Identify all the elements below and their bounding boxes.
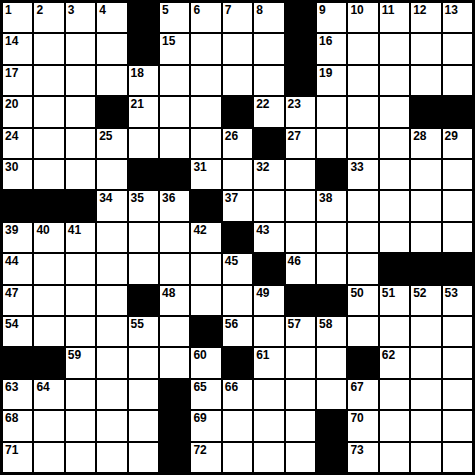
cell-r10c2[interactable] xyxy=(34,286,63,315)
clue-number-42: 42 xyxy=(193,223,206,237)
clue-number-37: 37 xyxy=(225,191,238,205)
block-r3c10 xyxy=(286,66,315,95)
block-r9c9 xyxy=(254,254,283,283)
clue-number-50: 50 xyxy=(350,286,363,300)
clue-number-56: 56 xyxy=(225,317,238,331)
block-r6c6 xyxy=(160,160,189,189)
cell-r8c13[interactable] xyxy=(380,223,409,252)
clue-number-1: 1 xyxy=(5,3,12,17)
cell-r7c6[interactable]: 36 xyxy=(160,191,189,220)
block-r6c11 xyxy=(317,160,346,189)
block-r4c4 xyxy=(97,97,126,126)
block-r4c14 xyxy=(411,97,440,126)
block-r9c14 xyxy=(411,254,440,283)
cell-r5c15[interactable]: 29 xyxy=(443,129,472,158)
block-r9c15 xyxy=(443,254,472,283)
clue-number-15: 15 xyxy=(162,34,175,48)
block-r1c10 xyxy=(286,3,315,32)
block-r10c11 xyxy=(317,286,346,315)
clue-number-24: 24 xyxy=(5,129,18,143)
clue-number-34: 34 xyxy=(99,191,112,205)
cell-r13c4[interactable] xyxy=(97,380,126,409)
cell-r2c1[interactable]: 14 xyxy=(3,34,32,63)
cell-r14c13[interactable] xyxy=(380,411,409,440)
cell-r12c4[interactable] xyxy=(97,348,126,377)
cell-r15c5[interactable] xyxy=(129,443,158,472)
cell-r14c4[interactable] xyxy=(97,411,126,440)
clue-number-19: 19 xyxy=(319,66,332,80)
cell-r5c3[interactable] xyxy=(66,129,95,158)
cell-r3c5[interactable]: 18 xyxy=(129,66,158,95)
clue-number-73: 73 xyxy=(350,443,363,457)
cell-r15c9[interactable] xyxy=(254,443,283,472)
clue-number-55: 55 xyxy=(131,317,144,331)
cell-r2c12[interactable] xyxy=(348,34,377,63)
cell-r14c1[interactable]: 68 xyxy=(3,411,32,440)
cell-r12c15[interactable] xyxy=(443,348,472,377)
clue-number-2: 2 xyxy=(36,3,43,17)
cell-r13c13[interactable] xyxy=(380,380,409,409)
block-r10c5 xyxy=(129,286,158,315)
cell-r7c13[interactable] xyxy=(380,191,409,220)
cell-r8c11[interactable] xyxy=(317,223,346,252)
block-r4c15 xyxy=(443,97,472,126)
block-r13c6 xyxy=(160,380,189,409)
clue-number-30: 30 xyxy=(5,160,18,174)
cell-r3c3[interactable] xyxy=(66,66,95,95)
cell-r2c6[interactable]: 15 xyxy=(160,34,189,63)
clue-number-39: 39 xyxy=(5,223,18,237)
cell-r2c15[interactable] xyxy=(443,34,472,63)
cell-r8c6[interactable] xyxy=(160,223,189,252)
cell-r1c13[interactable]: 11 xyxy=(380,3,409,32)
cell-r3c6[interactable] xyxy=(160,66,189,95)
cell-r13c7[interactable]: 65 xyxy=(191,380,220,409)
block-r5c9 xyxy=(254,129,283,158)
cell-r11c8[interactable]: 56 xyxy=(223,317,252,346)
cell-r1c7[interactable]: 6 xyxy=(191,3,220,32)
cell-r2c14[interactable] xyxy=(411,34,440,63)
clue-number-23: 23 xyxy=(288,97,301,111)
cell-r2c8[interactable] xyxy=(223,34,252,63)
cell-r15c7[interactable]: 72 xyxy=(191,443,220,472)
cell-r12c7[interactable]: 60 xyxy=(191,348,220,377)
cell-r3c12[interactable] xyxy=(348,66,377,95)
cell-r7c4[interactable]: 34 xyxy=(97,191,126,220)
cell-r11c12[interactable] xyxy=(348,317,377,346)
clue-number-5: 5 xyxy=(162,3,169,17)
clue-number-48: 48 xyxy=(162,286,175,300)
cell-r10c7[interactable] xyxy=(191,286,220,315)
clue-number-62: 62 xyxy=(382,348,395,362)
cell-r4c1[interactable]: 20 xyxy=(3,97,32,126)
clue-number-35: 35 xyxy=(131,191,144,205)
cell-r3c14[interactable] xyxy=(411,66,440,95)
cell-r6c4[interactable] xyxy=(97,160,126,189)
cell-r9c7[interactable] xyxy=(191,254,220,283)
cell-r7c9[interactable] xyxy=(254,191,283,220)
cell-r3c15[interactable] xyxy=(443,66,472,95)
clue-number-10: 10 xyxy=(350,3,363,17)
block-r9c13 xyxy=(380,254,409,283)
clue-number-17: 17 xyxy=(5,66,18,80)
cell-r11c2[interactable] xyxy=(34,317,63,346)
cell-r13c8[interactable]: 66 xyxy=(223,380,252,409)
block-r4c8 xyxy=(223,97,252,126)
cell-r1c6[interactable]: 5 xyxy=(160,3,189,32)
cell-r2c13[interactable] xyxy=(380,34,409,63)
clue-number-29: 29 xyxy=(445,129,458,143)
clue-number-40: 40 xyxy=(36,223,49,237)
cell-r6c9[interactable]: 32 xyxy=(254,160,283,189)
cell-r3c2[interactable] xyxy=(34,66,63,95)
cell-r3c8[interactable] xyxy=(223,66,252,95)
cell-r15c2[interactable] xyxy=(34,443,63,472)
clue-number-21: 21 xyxy=(131,97,144,111)
cell-r13c1[interactable]: 63 xyxy=(3,380,32,409)
cell-r4c6[interactable] xyxy=(160,97,189,126)
cell-r4c5[interactable]: 21 xyxy=(129,97,158,126)
cell-r1c4[interactable]: 4 xyxy=(97,3,126,32)
clue-number-9: 9 xyxy=(319,3,326,17)
cell-r8c4[interactable] xyxy=(97,223,126,252)
cell-r15c13[interactable] xyxy=(380,443,409,472)
cell-r10c8[interactable] xyxy=(223,286,252,315)
cell-r11c6[interactable] xyxy=(160,317,189,346)
clue-number-13: 13 xyxy=(445,3,458,17)
cell-r6c1[interactable]: 30 xyxy=(3,160,32,189)
cell-r2c11[interactable]: 16 xyxy=(317,34,346,63)
clue-number-67: 67 xyxy=(350,380,363,394)
cell-r6c14[interactable] xyxy=(411,160,440,189)
cell-r7c8[interactable]: 37 xyxy=(223,191,252,220)
cell-r4c12[interactable] xyxy=(348,97,377,126)
cell-r1c14[interactable]: 12 xyxy=(411,3,440,32)
clue-number-25: 25 xyxy=(99,129,112,143)
cell-r4c3[interactable] xyxy=(66,97,95,126)
clue-number-20: 20 xyxy=(5,97,18,111)
clue-number-64: 64 xyxy=(36,380,49,394)
clue-number-6: 6 xyxy=(193,3,200,17)
cell-r5c7[interactable] xyxy=(191,129,220,158)
cell-r10c15[interactable]: 53 xyxy=(443,286,472,315)
cell-r5c1[interactable]: 24 xyxy=(3,129,32,158)
cell-r13c10[interactable] xyxy=(286,380,315,409)
cell-r1c9[interactable]: 8 xyxy=(254,3,283,32)
cell-r6c7[interactable]: 31 xyxy=(191,160,220,189)
clue-number-45: 45 xyxy=(225,254,238,268)
block-r14c11 xyxy=(317,411,346,440)
cell-r4c7[interactable] xyxy=(191,97,220,126)
clue-number-4: 4 xyxy=(99,3,106,17)
clue-number-8: 8 xyxy=(256,3,263,17)
cell-r13c12[interactable]: 67 xyxy=(348,380,377,409)
block-r15c11 xyxy=(317,443,346,472)
cell-r11c4[interactable] xyxy=(97,317,126,346)
clue-number-65: 65 xyxy=(193,380,206,394)
clue-number-57: 57 xyxy=(288,317,301,331)
cell-r5c6[interactable] xyxy=(160,129,189,158)
cell-r2c4[interactable] xyxy=(97,34,126,63)
cell-r1c1[interactable]: 1 xyxy=(3,3,32,32)
block-r1c5 xyxy=(129,3,158,32)
cell-r13c11[interactable] xyxy=(317,380,346,409)
cell-r14c5[interactable] xyxy=(129,411,158,440)
cell-r1c11[interactable]: 9 xyxy=(317,3,346,32)
cell-r9c5[interactable] xyxy=(129,254,158,283)
cell-r7c5[interactable]: 35 xyxy=(129,191,158,220)
block-r2c10 xyxy=(286,34,315,63)
cell-r8c14[interactable] xyxy=(411,223,440,252)
cell-r9c3[interactable] xyxy=(66,254,95,283)
cell-r11c11[interactable]: 58 xyxy=(317,317,346,346)
cell-r14c7[interactable]: 69 xyxy=(191,411,220,440)
cell-r11c10[interactable]: 57 xyxy=(286,317,315,346)
clue-number-12: 12 xyxy=(413,3,426,17)
clue-number-71: 71 xyxy=(5,443,18,457)
clue-number-72: 72 xyxy=(193,443,206,457)
cell-r5c13[interactable] xyxy=(380,129,409,158)
cell-r8c5[interactable] xyxy=(129,223,158,252)
block-r8c8 xyxy=(223,223,252,252)
block-r12c2 xyxy=(34,348,63,377)
cell-r11c5[interactable]: 55 xyxy=(129,317,158,346)
cell-r12c11[interactable] xyxy=(317,348,346,377)
cell-r2c2[interactable] xyxy=(34,34,63,63)
clue-number-22: 22 xyxy=(256,97,269,111)
cell-r6c12[interactable]: 33 xyxy=(348,160,377,189)
cell-r15c4[interactable] xyxy=(97,443,126,472)
cell-r15c1[interactable]: 71 xyxy=(3,443,32,472)
block-r7c1 xyxy=(3,191,32,220)
cell-r10c3[interactable] xyxy=(66,286,95,315)
clue-number-33: 33 xyxy=(350,160,363,174)
clue-number-7: 7 xyxy=(225,3,232,17)
cell-r9c6[interactable] xyxy=(160,254,189,283)
cell-r4c13[interactable] xyxy=(380,97,409,126)
clue-number-60: 60 xyxy=(193,348,206,362)
clue-number-70: 70 xyxy=(350,411,363,425)
cell-r3c9[interactable] xyxy=(254,66,283,95)
cell-r6c15[interactable] xyxy=(443,160,472,189)
cell-r8c3[interactable]: 41 xyxy=(66,223,95,252)
cell-r1c2[interactable]: 2 xyxy=(34,3,63,32)
cell-r5c14[interactable]: 28 xyxy=(411,129,440,158)
cell-r3c13[interactable] xyxy=(380,66,409,95)
cell-r1c3[interactable]: 3 xyxy=(66,3,95,32)
cell-r15c8[interactable] xyxy=(223,443,252,472)
cell-r1c12[interactable]: 10 xyxy=(348,3,377,32)
cell-r8c15[interactable] xyxy=(443,223,472,252)
cell-r14c3[interactable] xyxy=(66,411,95,440)
cell-r8c1[interactable]: 39 xyxy=(3,223,32,252)
clue-number-47: 47 xyxy=(5,286,18,300)
cell-r6c10[interactable] xyxy=(286,160,315,189)
cell-r8c10[interactable] xyxy=(286,223,315,252)
block-r12c12 xyxy=(348,348,377,377)
cell-r9c10[interactable]: 46 xyxy=(286,254,315,283)
block-r7c3 xyxy=(66,191,95,220)
clue-number-14: 14 xyxy=(5,34,18,48)
clue-number-31: 31 xyxy=(193,160,206,174)
cell-r11c3[interactable] xyxy=(66,317,95,346)
cell-r8c2[interactable]: 40 xyxy=(34,223,63,252)
cell-r9c12[interactable] xyxy=(348,254,377,283)
cell-r3c7[interactable] xyxy=(191,66,220,95)
cell-r12c13[interactable]: 62 xyxy=(380,348,409,377)
clue-number-59: 59 xyxy=(68,348,81,362)
cell-r5c4[interactable]: 25 xyxy=(97,129,126,158)
cell-r2c7[interactable] xyxy=(191,34,220,63)
cell-r13c9[interactable] xyxy=(254,380,283,409)
cell-r8c12[interactable] xyxy=(348,223,377,252)
cell-r5c8[interactable]: 26 xyxy=(223,129,252,158)
cell-r11c13[interactable] xyxy=(380,317,409,346)
cell-r7c10[interactable] xyxy=(286,191,315,220)
cell-r14c9[interactable] xyxy=(254,411,283,440)
cell-r12c14[interactable] xyxy=(411,348,440,377)
cell-r14c12[interactable]: 70 xyxy=(348,411,377,440)
cell-r4c9[interactable]: 22 xyxy=(254,97,283,126)
cell-r6c13[interactable] xyxy=(380,160,409,189)
clue-number-32: 32 xyxy=(256,160,269,174)
cell-r11c9[interactable] xyxy=(254,317,283,346)
block-r10c10 xyxy=(286,286,315,315)
block-r12c8 xyxy=(223,348,252,377)
cell-r11c14[interactable] xyxy=(411,317,440,346)
cell-r4c11[interactable] xyxy=(317,97,346,126)
cell-r13c14[interactable] xyxy=(411,380,440,409)
cell-r14c2[interactable] xyxy=(34,411,63,440)
cell-r8c9[interactable]: 43 xyxy=(254,223,283,252)
clue-number-51: 51 xyxy=(382,286,395,300)
clue-number-68: 68 xyxy=(5,411,18,425)
block-r6c5 xyxy=(129,160,158,189)
cell-r5c11[interactable] xyxy=(317,129,346,158)
cell-r5c5[interactable] xyxy=(129,129,158,158)
cell-r14c10[interactable] xyxy=(286,411,315,440)
clue-number-52: 52 xyxy=(413,286,426,300)
cell-r12c3[interactable]: 59 xyxy=(66,348,95,377)
clue-number-61: 61 xyxy=(256,348,269,362)
cell-r9c11[interactable] xyxy=(317,254,346,283)
clue-number-49: 49 xyxy=(256,286,269,300)
cell-r12c6[interactable] xyxy=(160,348,189,377)
cell-r14c14[interactable] xyxy=(411,411,440,440)
cell-r8c7[interactable]: 42 xyxy=(191,223,220,252)
cell-r11c15[interactable] xyxy=(443,317,472,346)
cell-r4c2[interactable] xyxy=(34,97,63,126)
cell-r15c12[interactable]: 73 xyxy=(348,443,377,472)
cell-r13c3[interactable] xyxy=(66,380,95,409)
clue-number-43: 43 xyxy=(256,223,269,237)
cell-r2c3[interactable] xyxy=(66,34,95,63)
cell-r6c2[interactable] xyxy=(34,160,63,189)
clue-number-28: 28 xyxy=(413,129,426,143)
cell-r5c10[interactable]: 27 xyxy=(286,129,315,158)
cell-r9c8[interactable]: 45 xyxy=(223,254,252,283)
block-r7c2 xyxy=(34,191,63,220)
cell-r9c1[interactable]: 44 xyxy=(3,254,32,283)
cell-r3c4[interactable] xyxy=(97,66,126,95)
cell-r2c9[interactable] xyxy=(254,34,283,63)
cell-r3c11[interactable]: 19 xyxy=(317,66,346,95)
clue-number-27: 27 xyxy=(288,129,301,143)
block-r2c5 xyxy=(129,34,158,63)
clue-number-63: 63 xyxy=(5,380,18,394)
cell-r1c8[interactable]: 7 xyxy=(223,3,252,32)
block-r11c7 xyxy=(191,317,220,346)
cell-r12c9[interactable]: 61 xyxy=(254,348,283,377)
cell-r10c1[interactable]: 47 xyxy=(3,286,32,315)
cell-r10c6[interactable]: 48 xyxy=(160,286,189,315)
clue-number-53: 53 xyxy=(445,286,458,300)
clue-number-54: 54 xyxy=(5,317,18,331)
cell-r10c12[interactable]: 50 xyxy=(348,286,377,315)
clue-number-46: 46 xyxy=(288,254,301,268)
clue-number-44: 44 xyxy=(5,254,18,268)
cell-r7c14[interactable] xyxy=(411,191,440,220)
cell-r15c10[interactable] xyxy=(286,443,315,472)
cell-r15c3[interactable] xyxy=(66,443,95,472)
cell-r13c5[interactable] xyxy=(129,380,158,409)
cell-r4c10[interactable]: 23 xyxy=(286,97,315,126)
cell-r9c2[interactable] xyxy=(34,254,63,283)
clue-number-16: 16 xyxy=(319,34,332,48)
cell-r13c2[interactable]: 64 xyxy=(34,380,63,409)
block-r15c6 xyxy=(160,443,189,472)
block-r12c1 xyxy=(3,348,32,377)
cell-r10c14[interactable]: 52 xyxy=(411,286,440,315)
cell-r13c15[interactable] xyxy=(443,380,472,409)
clue-number-58: 58 xyxy=(319,317,332,331)
cell-r6c8[interactable] xyxy=(223,160,252,189)
block-r7c7 xyxy=(191,191,220,220)
cell-r7c15[interactable] xyxy=(443,191,472,220)
clue-number-38: 38 xyxy=(319,191,332,205)
clue-number-41: 41 xyxy=(68,223,81,237)
cell-r5c2[interactable] xyxy=(34,129,63,158)
cell-r14c15[interactable] xyxy=(443,411,472,440)
cell-r10c13[interactable]: 51 xyxy=(380,286,409,315)
clue-number-26: 26 xyxy=(225,129,238,143)
clue-number-69: 69 xyxy=(193,411,206,425)
cell-r7c12[interactable] xyxy=(348,191,377,220)
cell-r15c15[interactable] xyxy=(443,443,472,472)
cell-r15c14[interactable] xyxy=(411,443,440,472)
clue-number-3: 3 xyxy=(68,3,75,17)
cell-r6c3[interactable] xyxy=(66,160,95,189)
cell-r12c5[interactable] xyxy=(129,348,158,377)
cell-r5c12[interactable] xyxy=(348,129,377,158)
clue-number-11: 11 xyxy=(382,3,395,17)
crossword-grid: 1234567891011121314151617181920212223242… xyxy=(0,0,475,475)
cell-r12c10[interactable] xyxy=(286,348,315,377)
cell-r7c11[interactable]: 38 xyxy=(317,191,346,220)
cell-r10c4[interactable] xyxy=(97,286,126,315)
cell-r1c15[interactable]: 13 xyxy=(443,3,472,32)
cell-r9c4[interactable] xyxy=(97,254,126,283)
cell-r10c9[interactable]: 49 xyxy=(254,286,283,315)
cell-r3c1[interactable]: 17 xyxy=(3,66,32,95)
cell-r11c1[interactable]: 54 xyxy=(3,317,32,346)
clue-number-18: 18 xyxy=(131,66,144,80)
clue-number-36: 36 xyxy=(162,191,175,205)
cell-r14c8[interactable] xyxy=(223,411,252,440)
clue-number-66: 66 xyxy=(225,380,238,394)
block-r14c6 xyxy=(160,411,189,440)
